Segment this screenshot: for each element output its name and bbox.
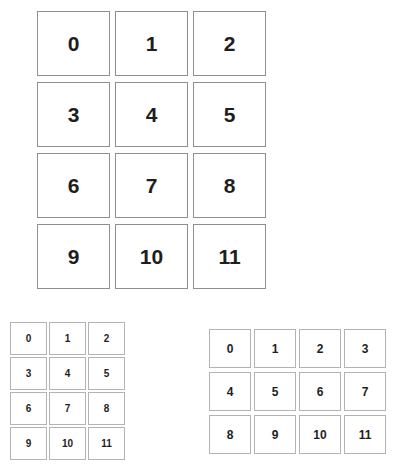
cell-4: 4 (209, 372, 251, 411)
cell-3: 3 (344, 329, 386, 368)
cell-5: 5 (193, 82, 266, 147)
cell-3: 3 (10, 357, 47, 390)
cell-8: 8 (193, 153, 266, 218)
cell-1: 1 (115, 11, 188, 76)
grid-3x4-large: 01234567891011 (37, 11, 266, 289)
cell-10: 10 (49, 427, 86, 460)
cell-6: 6 (299, 372, 341, 411)
cell-1: 1 (49, 322, 86, 355)
cell-7: 7 (49, 392, 86, 425)
cell-1: 1 (254, 329, 296, 368)
cell-11: 11 (193, 224, 266, 289)
cell-9: 9 (37, 224, 110, 289)
cell-5: 5 (254, 372, 296, 411)
cell-5: 5 (88, 357, 125, 390)
cell-7: 7 (115, 153, 188, 218)
cell-0: 0 (37, 11, 110, 76)
grid-4x3-wide: 01234567891011 (209, 329, 386, 454)
cell-8: 8 (88, 392, 125, 425)
cell-8: 8 (209, 415, 251, 454)
cell-9: 9 (10, 427, 47, 460)
cell-2: 2 (299, 329, 341, 368)
cell-9: 9 (254, 415, 296, 454)
cell-3: 3 (37, 82, 110, 147)
cell-10: 10 (115, 224, 188, 289)
cell-11: 11 (88, 427, 125, 460)
diagram-canvas: 01234567891011 01234567891011 0123456789… (0, 0, 394, 468)
cell-7: 7 (344, 372, 386, 411)
cell-6: 6 (37, 153, 110, 218)
cell-2: 2 (193, 11, 266, 76)
cell-4: 4 (49, 357, 86, 390)
grid-3x4-small: 01234567891011 (10, 322, 125, 460)
cell-4: 4 (115, 82, 188, 147)
cell-6: 6 (10, 392, 47, 425)
cell-11: 11 (344, 415, 386, 454)
cell-0: 0 (10, 322, 47, 355)
cell-10: 10 (299, 415, 341, 454)
cell-2: 2 (88, 322, 125, 355)
cell-0: 0 (209, 329, 251, 368)
